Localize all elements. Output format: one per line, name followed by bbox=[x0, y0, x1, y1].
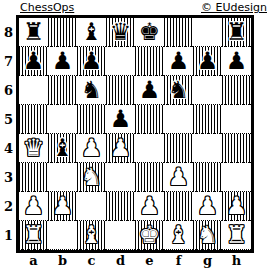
rank-label-3: 3 bbox=[0, 163, 16, 192]
file-label-f: f bbox=[164, 253, 193, 270]
square-c8[interactable]: ♝ bbox=[77, 18, 106, 47]
black-rook-a8[interactable]: ♜ bbox=[19, 18, 48, 46]
square-h4[interactable] bbox=[222, 134, 251, 163]
square-d8[interactable]: ♛ bbox=[106, 18, 135, 47]
square-g2[interactable]: ♟ bbox=[193, 192, 222, 221]
square-c7[interactable]: ♟ bbox=[77, 47, 106, 76]
square-a7[interactable]: ♟ bbox=[19, 47, 48, 76]
square-a8[interactable]: ♜ bbox=[19, 18, 48, 47]
square-e4[interactable] bbox=[135, 134, 164, 163]
square-h6[interactable] bbox=[222, 76, 251, 105]
square-a5[interactable] bbox=[19, 105, 48, 134]
black-queen-d8[interactable]: ♛ bbox=[106, 18, 135, 46]
white-king-e1[interactable]: ♚ bbox=[135, 221, 164, 249]
white-pawn-a2[interactable]: ♟ bbox=[19, 192, 48, 220]
rank-label-7: 7 bbox=[0, 47, 16, 76]
black-king-e8[interactable]: ♚ bbox=[135, 18, 164, 46]
square-h2[interactable]: ♟ bbox=[222, 192, 251, 221]
rank-label-5: 5 bbox=[0, 105, 16, 134]
square-d1[interactable] bbox=[106, 221, 135, 250]
square-c4[interactable]: ♟ bbox=[77, 134, 106, 163]
white-knight-c3[interactable]: ♞ bbox=[77, 163, 106, 191]
square-d6[interactable] bbox=[106, 76, 135, 105]
square-b8[interactable] bbox=[48, 18, 77, 47]
square-a4[interactable]: ♛ bbox=[19, 134, 48, 163]
black-pawn-d5[interactable]: ♟ bbox=[106, 105, 135, 133]
file-labels: abcdefgh bbox=[19, 253, 270, 270]
black-bishop-c8[interactable]: ♝ bbox=[77, 18, 106, 46]
square-b7[interactable]: ♟ bbox=[48, 47, 77, 76]
black-pawn-c7[interactable]: ♟ bbox=[77, 47, 106, 75]
square-e3[interactable] bbox=[135, 163, 164, 192]
square-g4[interactable] bbox=[193, 134, 222, 163]
square-d2[interactable] bbox=[106, 192, 135, 221]
file-label-d: d bbox=[106, 253, 135, 270]
square-h3[interactable] bbox=[222, 163, 251, 192]
white-rook-h1[interactable]: ♜ bbox=[222, 221, 251, 249]
square-b3[interactable] bbox=[48, 163, 77, 192]
file-label-g: g bbox=[193, 253, 222, 270]
white-pawn-h2[interactable]: ♟ bbox=[222, 192, 251, 220]
file-label-a: a bbox=[19, 253, 48, 270]
file-label-h: h bbox=[222, 253, 251, 270]
square-g6[interactable] bbox=[193, 76, 222, 105]
rank-label-4: 4 bbox=[0, 134, 16, 163]
white-bishop-c1[interactable]: ♝ bbox=[77, 221, 106, 249]
square-c6[interactable]: ♞ bbox=[77, 76, 106, 105]
square-f5[interactable] bbox=[164, 105, 193, 134]
black-knight-f6[interactable]: ♞ bbox=[164, 76, 193, 104]
rank-label-8: 8 bbox=[0, 18, 16, 47]
rank-labels: 87654321 bbox=[0, 15, 16, 253]
rank-label-1: 1 bbox=[0, 221, 16, 250]
square-c5[interactable] bbox=[77, 105, 106, 134]
square-b1[interactable] bbox=[48, 221, 77, 250]
rank-label-6: 6 bbox=[0, 76, 16, 105]
square-h1[interactable]: ♜ bbox=[222, 221, 251, 250]
white-rook-a1[interactable]: ♜ bbox=[19, 221, 48, 249]
black-rook-h8[interactable]: ♜ bbox=[222, 18, 251, 46]
black-pawn-f7[interactable]: ♟ bbox=[164, 47, 193, 75]
white-pawn-e2[interactable]: ♟ bbox=[135, 192, 164, 220]
file-label-b: b bbox=[48, 253, 77, 270]
square-g5[interactable] bbox=[193, 105, 222, 134]
square-h7[interactable]: ♟ bbox=[222, 47, 251, 76]
square-a1[interactable]: ♜ bbox=[19, 221, 48, 250]
square-e7[interactable] bbox=[135, 47, 164, 76]
square-b4[interactable]: ♝ bbox=[48, 134, 77, 163]
square-f2[interactable] bbox=[164, 192, 193, 221]
black-pawn-b7[interactable]: ♟ bbox=[48, 47, 77, 75]
square-e2[interactable]: ♟ bbox=[135, 192, 164, 221]
rank-label-2: 2 bbox=[0, 192, 16, 221]
square-e6[interactable]: ♟ bbox=[135, 76, 164, 105]
white-bishop-f1[interactable]: ♝ bbox=[164, 221, 193, 249]
square-h5[interactable] bbox=[222, 105, 251, 134]
black-knight-c6[interactable]: ♞ bbox=[77, 76, 106, 104]
eudesign-credit-link[interactable]: © EUdesign bbox=[201, 1, 267, 14]
square-c2[interactable] bbox=[77, 192, 106, 221]
white-pawn-f3[interactable]: ♟ bbox=[164, 163, 193, 191]
file-label-c: c bbox=[77, 253, 106, 270]
black-pawn-h7[interactable]: ♟ bbox=[222, 47, 251, 75]
square-f7[interactable]: ♟ bbox=[164, 47, 193, 76]
chessops-page: ChessOps © EUdesign 87654321 ♜♝♛♚♜♟♟♟♟♟♟… bbox=[0, 0, 270, 270]
square-a3[interactable] bbox=[19, 163, 48, 192]
square-c1[interactable]: ♝ bbox=[77, 221, 106, 250]
chessops-link[interactable]: ChessOps bbox=[20, 1, 74, 14]
square-d3[interactable] bbox=[106, 163, 135, 192]
square-f6[interactable]: ♞ bbox=[164, 76, 193, 105]
square-d5[interactable]: ♟ bbox=[106, 105, 135, 134]
white-pawn-c4[interactable]: ♟ bbox=[77, 134, 106, 162]
chess-board: ♜♝♛♚♜♟♟♟♟♟♟♞♟♞♟♛♝♟♟♞♟♟♟♟♟♟♜♝♚♝♞♜ bbox=[16, 15, 254, 253]
square-f4[interactable] bbox=[164, 134, 193, 163]
square-f1[interactable]: ♝ bbox=[164, 221, 193, 250]
white-knight-g1[interactable]: ♞ bbox=[193, 221, 222, 249]
square-g1[interactable]: ♞ bbox=[193, 221, 222, 250]
header-bar: ChessOps © EUdesign bbox=[0, 0, 270, 15]
black-bishop-b4[interactable]: ♝ bbox=[48, 134, 77, 162]
board-area: 87654321 ♜♝♛♚♜♟♟♟♟♟♟♞♟♞♟♛♝♟♟♞♟♟♟♟♟♟♜♝♚♝♞… bbox=[0, 15, 270, 253]
square-e1[interactable]: ♚ bbox=[135, 221, 164, 250]
square-g3[interactable] bbox=[193, 163, 222, 192]
square-f8[interactable] bbox=[164, 18, 193, 47]
square-e5[interactable] bbox=[135, 105, 164, 134]
square-g7[interactable]: ♟ bbox=[193, 47, 222, 76]
file-label-e: e bbox=[135, 253, 164, 270]
white-pawn-d4[interactable]: ♟ bbox=[106, 134, 135, 162]
square-d7[interactable] bbox=[106, 47, 135, 76]
black-pawn-g7[interactable]: ♟ bbox=[193, 47, 222, 75]
black-pawn-e6[interactable]: ♟ bbox=[135, 76, 164, 104]
square-g8[interactable] bbox=[193, 18, 222, 47]
black-pawn-a7[interactable]: ♟ bbox=[19, 47, 48, 75]
square-f3[interactable]: ♟ bbox=[164, 163, 193, 192]
square-h8[interactable]: ♜ bbox=[222, 18, 251, 47]
square-e8[interactable]: ♚ bbox=[135, 18, 164, 47]
square-b2[interactable]: ♟ bbox=[48, 192, 77, 221]
square-a2[interactable]: ♟ bbox=[19, 192, 48, 221]
square-a6[interactable] bbox=[19, 76, 48, 105]
square-b6[interactable] bbox=[48, 76, 77, 105]
white-pawn-g2[interactable]: ♟ bbox=[193, 192, 222, 220]
square-c3[interactable]: ♞ bbox=[77, 163, 106, 192]
white-queen-a4[interactable]: ♛ bbox=[19, 134, 48, 162]
square-b5[interactable] bbox=[48, 105, 77, 134]
square-d4[interactable]: ♟ bbox=[106, 134, 135, 163]
white-pawn-b2[interactable]: ♟ bbox=[48, 192, 77, 220]
